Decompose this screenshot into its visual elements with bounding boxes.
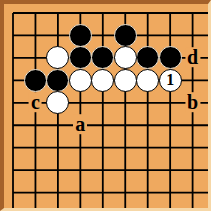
white-stone — [91, 69, 114, 92]
point-label-b: b — [185, 92, 200, 112]
white-stone — [136, 69, 159, 92]
go-board: 1dbca — [0, 0, 211, 211]
black-stone — [24, 69, 47, 92]
stone-number: 1 — [166, 72, 174, 89]
point-label-a: a — [73, 114, 87, 134]
black-stone — [69, 24, 92, 47]
white-stone — [114, 46, 137, 69]
white-stone-numbered: 1 — [159, 69, 182, 92]
go-board-grid-area: 1dbca — [4, 4, 208, 208]
point-label-d: d — [185, 47, 200, 67]
point-label-c: c — [29, 92, 42, 112]
black-stone — [159, 46, 182, 69]
white-stone — [69, 69, 92, 92]
black-stone — [114, 24, 137, 47]
white-stone — [114, 69, 137, 92]
